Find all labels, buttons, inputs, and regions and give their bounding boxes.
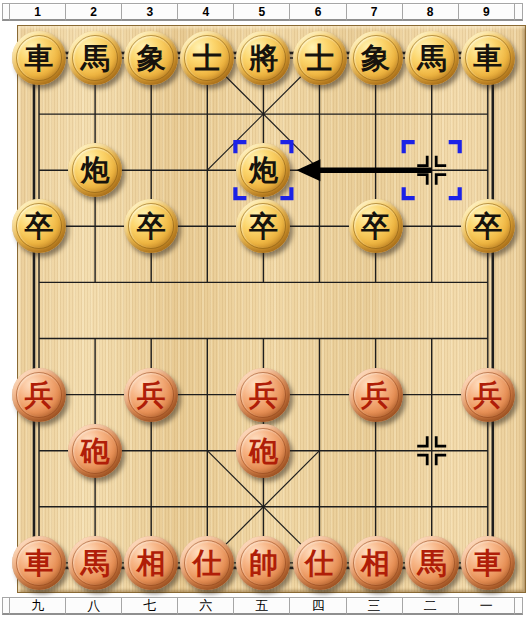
bottom-file-label: 六 bbox=[178, 597, 234, 615]
move-annotation-overlay bbox=[18, 26, 525, 592]
selection-bracket bbox=[449, 142, 460, 153]
selection-bracket bbox=[449, 187, 460, 198]
top-file-label: 8 bbox=[403, 3, 459, 21]
bottom-file-label: 九 bbox=[10, 597, 66, 615]
selection-bracket bbox=[404, 142, 415, 153]
bottom-file-label: 四 bbox=[290, 597, 346, 615]
top-file-label: 9 bbox=[459, 3, 515, 21]
bottom-file-trail-stub bbox=[515, 597, 523, 615]
bottom-file-lead-stub bbox=[2, 597, 10, 615]
bottom-file-label: 七 bbox=[122, 597, 178, 615]
xiangqi-board[interactable]: 車馬象士將士象馬車炮炮卒卒卒卒卒兵兵兵兵兵砲砲車馬相仕帥仕相馬車 bbox=[17, 25, 526, 593]
bottom-file-label: 八 bbox=[66, 597, 122, 615]
selection-bracket bbox=[235, 142, 246, 153]
top-file-label: 3 bbox=[122, 3, 178, 21]
top-coordinate-bar: 123456789 bbox=[2, 3, 524, 21]
top-file-label: 7 bbox=[347, 3, 403, 21]
bottom-file-label: 五 bbox=[234, 597, 290, 615]
top-file-label: 6 bbox=[290, 3, 346, 21]
top-file-label: 5 bbox=[234, 3, 290, 21]
top-file-label: 4 bbox=[178, 3, 234, 21]
bottom-file-label: 三 bbox=[347, 597, 403, 615]
last-move-arrow-head bbox=[296, 159, 320, 181]
bottom-file-label: 二 bbox=[403, 597, 459, 615]
selection-bracket bbox=[280, 187, 291, 198]
top-file-trail-stub bbox=[515, 3, 523, 21]
bottom-coordinate-bar: 九八七六五四三二一 bbox=[2, 597, 524, 615]
selection-bracket bbox=[235, 187, 246, 198]
selection-bracket bbox=[404, 187, 415, 198]
top-file-label: 2 bbox=[66, 3, 122, 21]
selection-bracket bbox=[280, 142, 291, 153]
top-file-lead-stub bbox=[2, 3, 10, 21]
top-file-label: 1 bbox=[10, 3, 66, 21]
bottom-file-label: 一 bbox=[459, 597, 515, 615]
xiangqi-app-window: 123456789 車馬象士將士象馬車炮炮卒卒卒卒卒兵兵兵兵兵砲砲車馬相仕帥仕相… bbox=[0, 0, 532, 623]
